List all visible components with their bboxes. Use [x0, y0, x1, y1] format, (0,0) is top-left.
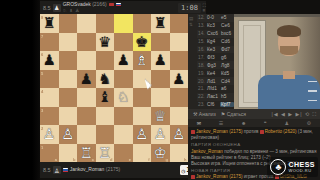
square-e1[interactable]: e [114, 144, 133, 163]
move-row: 18.Фg3Лg8 [197, 61, 234, 69]
square-e2[interactable] [114, 125, 133, 144]
white-bishop[interactable]: ♗ [135, 53, 148, 68]
square-d1-piece[interactable]: d♖ [96, 144, 115, 163]
panel-tool-icon[interactable]: ⇅ [189, 22, 193, 28]
move-panel-side-icons[interactable]: ▤⇅ [189, 16, 193, 28]
rank-label: 1 [41, 145, 43, 150]
square-c8[interactable] [77, 14, 96, 33]
move-number: 19. [197, 71, 206, 76]
square-e8[interactable] [114, 14, 133, 33]
square-b6[interactable] [59, 51, 78, 70]
top-match-score: 8.5 [43, 5, 51, 11]
square-b5[interactable] [59, 70, 78, 89]
chat-username[interactable]: Jankov_Roman (2175) [196, 174, 242, 179]
black-pawn[interactable]: ♟ [43, 53, 56, 68]
square-d6[interactable] [96, 51, 115, 70]
audio-meter-tick [308, 100, 317, 102]
square-e6-piece[interactable]: ♟ [114, 51, 133, 70]
square-f6-piece[interactable]: ♗ [133, 51, 152, 70]
chesswood-logo: ♣ CHESSWOOD.RU [267, 157, 318, 177]
square-c5-piece[interactable]: ♟ [77, 70, 96, 89]
square-g7[interactable] [151, 33, 170, 52]
white-move[interactable]: Лd1 [206, 79, 220, 84]
square-c4[interactable] [77, 88, 96, 107]
black-move-current[interactable]: Крf7 [220, 102, 234, 107]
file-label: a [55, 157, 57, 162]
black-pawn[interactable]: ♟ [80, 71, 93, 86]
analyze-button[interactable]: ⚒ Анализ [193, 111, 216, 117]
rank-label: 5 [41, 71, 43, 76]
black-move[interactable]: Сe6 [220, 23, 234, 28]
square-f7-piece[interactable]: ♚ [133, 33, 152, 52]
file-label: h [184, 157, 186, 162]
square-g4[interactable] [151, 88, 170, 107]
black-piece-icon: ♟ [53, 4, 61, 12]
move-nav-buttons[interactable]: |◀ ◀ ▶ ▶| ⟲ ⛶ [271, 111, 317, 118]
white-piece-icon: ♙ [53, 166, 61, 174]
move-number: 16. [197, 47, 206, 52]
move-row: 22.Лac1h5 [197, 93, 234, 101]
bottom-match-score: 8.5 [43, 167, 51, 173]
square-d2[interactable] [96, 125, 115, 144]
square-h7[interactable] [170, 33, 189, 52]
square-e3[interactable] [114, 107, 133, 126]
top-clock: 1:08 [178, 3, 201, 13]
black-pawn[interactable]: ♟ [172, 71, 185, 86]
black-move[interactable]: e5 [220, 15, 234, 20]
chat-tabs-bar: ✉☰☻❝♟⚙ [188, 119, 320, 127]
square-f4[interactable] [133, 88, 152, 107]
square-g3-piece[interactable]: ♕ [151, 107, 170, 126]
captured-pieces: ♘ ♗ ♙ [63, 8, 121, 14]
square-e4-piece[interactable]: ♘ [114, 88, 133, 107]
square-h4[interactable] [170, 88, 189, 107]
audio-meter-tick [308, 90, 317, 92]
white-move[interactable]: Кe4 [206, 71, 220, 76]
white-move[interactable]: Фf3 [206, 55, 220, 60]
move-row: 20.Лd1Сd4 [197, 77, 234, 85]
white-pawn[interactable]: ♙ [61, 127, 74, 142]
russia-flag-icon [116, 3, 121, 7]
black-rook[interactable]: ♜ [154, 16, 167, 31]
square-h1[interactable]: h [170, 144, 189, 163]
move-row: 15.Кg4Сd6 [197, 38, 234, 46]
square-g2-piece[interactable]: ♙ [151, 125, 170, 144]
resign-button[interactable]: ⚑ Сдаться [221, 111, 246, 117]
black-pawn[interactable]: ♟ [154, 53, 167, 68]
square-d5-piece[interactable]: ♞ [96, 70, 115, 89]
webcam-view [234, 14, 320, 109]
square-a2-piece[interactable]: 2♙ [40, 125, 59, 144]
white-move[interactable]: Кe3 [206, 47, 220, 52]
move-number: 13. [197, 23, 206, 28]
square-f2-piece[interactable]: ♙ [133, 125, 152, 144]
move-number: 18. [197, 63, 206, 68]
chat-message: Jankov_Roman (2175) против Robertio (262… [191, 129, 318, 141]
square-h6[interactable] [170, 51, 189, 70]
square-a4[interactable]: 4 [40, 88, 59, 107]
square-g1-piece[interactable]: g♔ [151, 144, 170, 163]
move-list-panel: ▤⇅ 12.0-0e513.Кc3Сe614.Сxc6bxc615.Кg4Сd6… [188, 14, 234, 109]
black-move[interactable]: Кd5 [220, 71, 234, 76]
file-label: b [73, 157, 75, 162]
black-bishop[interactable]: ♝ [98, 90, 111, 105]
file-label: e [129, 157, 131, 162]
game-controls-bar: ⚒ Анализ ⚑ Сдаться |◀ ◀ ▶ ▶| ⟲ ⛶ [188, 109, 320, 119]
move-number: 20. [197, 79, 206, 84]
square-h5-piece[interactable]: ♟ [170, 70, 189, 89]
top-player-bar: 8.5 ♟ GROSvadek (2166) ♘ ♗ ♙ 1:08 ⛶≡ [40, 1, 206, 14]
move-number: 15. [197, 39, 206, 44]
square-h8[interactable] [170, 14, 189, 33]
blitz-badge-icon [191, 130, 195, 134]
move-row: 23.Сf6Крf7 [197, 101, 234, 109]
blitz-badge-icon [260, 130, 264, 134]
white-rook[interactable]: ♖ [80, 145, 93, 160]
white-move[interactable]: Сxc6 [206, 31, 220, 36]
move-number: 14. [197, 31, 206, 36]
black-move[interactable]: Лg8 [220, 63, 234, 68]
chat-message: Jankov_Roman победил по времени — 3 мин,… [191, 149, 318, 155]
clock-icon: ◷ [182, 167, 186, 174]
panel-mini-icons[interactable]: ⛶≡ [203, 3, 206, 13]
black-move[interactable]: bxc6 [220, 31, 234, 36]
black-knight[interactable]: ♞ [98, 71, 111, 86]
move-row: 17.Фf3g6 [197, 53, 234, 61]
white-pawn[interactable]: ♙ [43, 127, 56, 142]
square-h2-piece[interactable]: ♙ [170, 125, 189, 144]
patron-flag-icon [109, 3, 114, 7]
square-a7[interactable]: 7 [40, 33, 59, 52]
move-row: 16.Кe3Фd7 [197, 46, 234, 54]
square-b3[interactable] [59, 107, 78, 126]
move-row: 12.0-0e5 [197, 14, 234, 22]
black-king[interactable]: ♚ [135, 34, 148, 49]
square-d7-piece[interactable]: ♛ [96, 33, 115, 52]
chat-tab-icon-1[interactable]: ☰ [219, 120, 223, 126]
chat-username[interactable]: Jankov_Roman [191, 149, 223, 154]
square-g6-piece[interactable]: ♟ [151, 51, 170, 70]
square-b1[interactable]: b [59, 144, 78, 163]
move-number: 12. [197, 15, 206, 20]
square-a1[interactable]: 1a [40, 144, 59, 163]
chess-board[interactable]: 8♜♜7♛♚6♟♟♗♟5♟♞♟4♝♘3♕2♙♙♙♙♙1abc♖d♖efg♔h [40, 14, 188, 162]
square-c7[interactable] [77, 33, 96, 52]
square-c1-piece[interactable]: c♖ [77, 144, 96, 163]
move-row: 14.Сxc6bxc6 [197, 30, 234, 38]
chat-tab-icon-2[interactable]: ☻ [241, 120, 246, 126]
russia-flag-icon [63, 168, 68, 172]
square-g8-piece[interactable]: ♜ [151, 14, 170, 33]
white-rook[interactable]: ♖ [98, 145, 111, 160]
streamer-neck [283, 71, 295, 79]
square-b8[interactable] [59, 14, 78, 33]
file-label: f [148, 157, 149, 162]
black-move[interactable]: Сd4 [220, 79, 234, 84]
square-e5[interactable] [114, 70, 133, 89]
square-f3[interactable] [133, 107, 152, 126]
white-move[interactable]: Лac1 [206, 94, 220, 99]
bottom-player-name[interactable]: Jankov_Roman (2175) [63, 167, 121, 173]
rank-label: 7 [41, 34, 43, 39]
square-f8[interactable] [133, 14, 152, 33]
chat-tab-icon-0[interactable]: ✉ [197, 120, 201, 126]
black-move[interactable]: Фd7 [220, 47, 234, 52]
black-rook[interactable]: ♜ [43, 16, 56, 31]
move-list[interactable]: 12.0-0e513.Кc3Сe614.Сxc6bxc615.Кg4Сd616.… [197, 14, 234, 109]
stream-frame: 8.5 ♟ GROSvadek (2166) ♘ ♗ ♙ 1:08 ⛶≡ 8♜♜… [0, 0, 320, 180]
tree-logo-icon: ♣ [270, 159, 286, 175]
white-pawn[interactable]: ♙ [172, 127, 185, 142]
chat-tab-icon-3[interactable]: ❝ [264, 120, 267, 126]
square-b4[interactable] [59, 88, 78, 107]
rank-label: 4 [41, 89, 43, 94]
white-queen[interactable]: ♕ [154, 108, 167, 123]
square-b7[interactable] [59, 33, 78, 52]
move-row: 19.Кe4Кd5 [197, 69, 234, 77]
move-number: 23. [197, 102, 206, 107]
letterbox-strip [0, 0, 40, 180]
white-knight[interactable]: ♘ [117, 90, 130, 105]
square-a6-piece[interactable]: 6♟ [40, 51, 59, 70]
black-move[interactable]: g6 [220, 55, 234, 60]
blitz-badge-icon [191, 175, 195, 179]
move-number: 17. [197, 55, 206, 60]
square-a5[interactable]: 5 [40, 70, 59, 89]
white-king[interactable]: ♔ [154, 145, 167, 160]
move-row: 13.Кc3Сe6 [197, 22, 234, 30]
square-f1[interactable]: f [133, 144, 152, 163]
chat-tab-icon-4[interactable]: ♟ [284, 120, 288, 126]
black-pawn[interactable]: ♟ [117, 53, 130, 68]
square-d8[interactable] [96, 14, 115, 33]
move-number: 21. [197, 86, 206, 91]
square-e7[interactable] [114, 33, 133, 52]
white-move[interactable]: Фg3 [206, 63, 220, 68]
black-queen[interactable]: ♛ [98, 34, 111, 49]
square-c6[interactable] [77, 51, 96, 70]
square-c2[interactable] [77, 125, 96, 144]
square-d3[interactable] [96, 107, 115, 126]
square-b2-piece[interactable]: ♙ [59, 125, 78, 144]
white-pawn[interactable]: ♙ [154, 127, 167, 142]
move-number: 22. [197, 94, 206, 99]
webcam-top-strip [234, 14, 320, 17]
move-row: 21.Лfd1a6 [197, 85, 234, 93]
square-c3[interactable] [77, 107, 96, 126]
chat-username[interactable]: Jankov_Roman (2175) [196, 129, 242, 134]
black-move[interactable]: a6 [220, 86, 234, 91]
white-move[interactable]: Лfd1 [206, 86, 220, 91]
white-move[interactable]: 0-0 [206, 15, 220, 20]
bottom-player-bar: 8.5 ♙ Jankov_Roman (2175) ◷1:57 [40, 162, 206, 178]
chat-tab-icon-5[interactable]: ⚙ [307, 120, 311, 126]
square-a8-piece[interactable]: 8♜ [40, 14, 59, 33]
black-move[interactable]: Сd6 [220, 39, 234, 44]
streamer-hair [277, 25, 301, 37]
square-g5[interactable] [151, 70, 170, 89]
white-move[interactable]: Кc3 [206, 23, 220, 28]
square-d4-piece[interactable]: ♝ [96, 88, 115, 107]
white-move[interactable]: Сf6 [206, 102, 220, 107]
square-h3[interactable] [170, 107, 189, 126]
white-move[interactable]: Кg4 [206, 39, 220, 44]
square-a3[interactable]: 3 [40, 107, 59, 126]
menu-icon: ≡ [203, 8, 206, 13]
audio-meter-tick [308, 81, 317, 83]
black-move[interactable]: h5 [220, 94, 234, 99]
rank-label: 3 [41, 108, 43, 113]
streamer-beard [280, 46, 298, 55]
white-pawn[interactable]: ♙ [135, 127, 148, 142]
chat-username[interactable]: Robertio (2620) [265, 129, 297, 134]
